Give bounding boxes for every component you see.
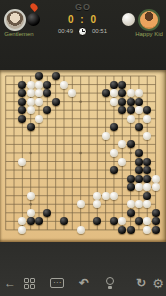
white-stone	[110, 149, 118, 157]
player-right-timer: 00:51	[92, 28, 107, 34]
white-stone	[18, 158, 26, 166]
clock-icon	[78, 27, 87, 36]
white-stone	[127, 89, 135, 97]
white-stone	[27, 81, 35, 89]
go-app-window: GO 0 : 0 Gentlemen Happy Kid 00:49 00:51…	[0, 0, 166, 296]
bottom-bar: ← ⋯ ↶ ↻ ⚙	[0, 242, 166, 296]
player-left-avatar	[4, 9, 26, 31]
grid-icon	[24, 278, 35, 289]
back-arrow-icon: ←	[4, 277, 16, 289]
black-stone	[127, 183, 135, 191]
gear-icon: ⚙	[152, 277, 164, 290]
black-stone	[27, 217, 35, 225]
black-stone	[127, 106, 135, 114]
back-button[interactable]: ←	[2, 275, 18, 291]
ellipsis-icon: ⋯	[50, 278, 64, 288]
black-stone	[110, 81, 118, 89]
black-stone	[27, 123, 35, 131]
black-stone	[152, 226, 160, 234]
restart-button[interactable]: ↻	[133, 275, 149, 291]
undo-button[interactable]: ↶	[76, 275, 92, 291]
white-stone	[102, 132, 110, 140]
white-stone	[152, 183, 160, 191]
go-board[interactable]	[0, 70, 166, 242]
white-stone	[152, 175, 160, 183]
white-stone	[27, 106, 35, 114]
white-stone	[60, 81, 68, 89]
white-stone	[102, 192, 110, 200]
white-stone	[93, 192, 101, 200]
black-stone	[118, 98, 126, 106]
score-left: 0	[68, 14, 76, 25]
white-stone	[110, 98, 118, 106]
black-stone	[135, 149, 143, 157]
black-stone	[135, 98, 143, 106]
white-stone	[27, 98, 35, 106]
black-stone	[52, 98, 60, 106]
black-stone	[143, 192, 151, 200]
white-stone	[135, 89, 143, 97]
black-stone	[127, 98, 135, 106]
white-stone	[35, 115, 43, 123]
black-stone	[18, 81, 26, 89]
restart-icon: ↻	[136, 277, 146, 289]
black-stone	[43, 81, 51, 89]
black-stone	[35, 72, 43, 80]
white-stone	[110, 192, 118, 200]
score-right: 0	[90, 14, 98, 25]
lightbulb-icon	[106, 277, 114, 289]
black-stone	[110, 166, 118, 174]
white-stone	[35, 98, 43, 106]
black-stone	[118, 81, 126, 89]
white-stone	[35, 81, 43, 89]
white-stone	[77, 200, 85, 208]
player-right-avatar	[138, 9, 160, 31]
white-stone	[27, 192, 35, 200]
white-stone-indicator	[122, 13, 135, 26]
toolbar: ← ⋯ ↶ ↻ ⚙	[0, 272, 166, 294]
black-stone	[127, 226, 135, 234]
black-stone	[143, 175, 151, 183]
white-stone	[127, 200, 135, 208]
black-stone	[135, 158, 143, 166]
black-stone	[127, 140, 135, 148]
white-stone	[127, 115, 135, 123]
black-stone	[102, 89, 110, 97]
white-stone	[27, 209, 35, 217]
white-stone	[110, 89, 118, 97]
black-stone	[127, 209, 135, 217]
settings-button[interactable]: ⚙	[150, 275, 166, 291]
white-stone	[27, 89, 35, 97]
black-stone	[135, 166, 143, 174]
black-stone	[18, 98, 26, 106]
hint-button[interactable]	[102, 275, 118, 291]
undo-arrow-icon: ↶	[79, 277, 89, 289]
game-header: GO 0 : 0 Gentlemen Happy Kid 00:49 00:51	[0, 0, 166, 70]
white-stone	[77, 226, 85, 234]
player-left-name: Gentlemen	[0, 31, 41, 37]
black-stone	[135, 175, 143, 183]
player-right-name: Happy Kid	[127, 31, 166, 37]
score-separator: :	[80, 14, 85, 25]
black-stone	[152, 217, 160, 225]
white-stone	[143, 115, 151, 123]
black-stone	[152, 209, 160, 217]
black-stone-indicator	[27, 13, 40, 26]
white-stone	[118, 158, 126, 166]
apps-button[interactable]	[21, 275, 37, 291]
moves-button[interactable]: ⋯	[49, 275, 65, 291]
black-stone	[143, 158, 151, 166]
black-stone	[52, 72, 60, 80]
player-left-timer: 00:49	[58, 28, 73, 34]
black-stone	[127, 175, 135, 183]
